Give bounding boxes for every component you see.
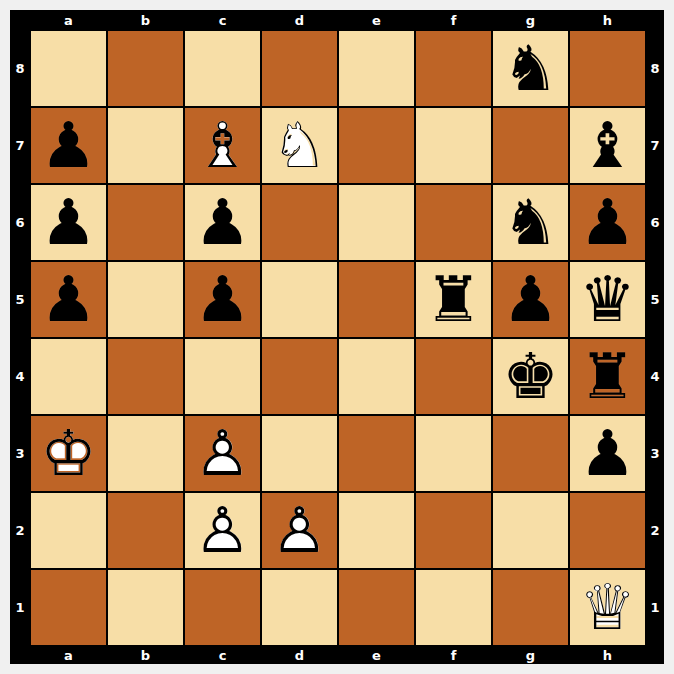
square-d1[interactable] [261, 569, 338, 646]
piece-black-pawn[interactable]: ♟ [30, 261, 107, 338]
square-f7[interactable] [415, 107, 492, 184]
piece-black-pawn[interactable]: ♟ [184, 184, 261, 261]
piece-outline: ♙ [184, 415, 261, 492]
square-d8[interactable] [261, 30, 338, 107]
square-b1[interactable] [107, 569, 184, 646]
square-c5[interactable]: ♟ [184, 261, 261, 338]
file-label-top-c: c [184, 10, 261, 30]
square-h2[interactable] [569, 492, 646, 569]
square-c3[interactable]: ♟♙ [184, 415, 261, 492]
square-e2[interactable] [338, 492, 415, 569]
piece-outline: ♙ [184, 492, 261, 569]
square-h7[interactable]: ♝ [569, 107, 646, 184]
square-a3[interactable]: ♚♔ [30, 415, 107, 492]
piece-white-pawn[interactable]: ♟♙ [184, 492, 261, 569]
square-e8[interactable] [338, 30, 415, 107]
piece-black-knight[interactable]: ♞ [492, 30, 569, 107]
piece-fill: ♟ [569, 415, 646, 492]
rank-label-left-5: 5 [10, 261, 30, 338]
piece-black-pawn[interactable]: ♟ [30, 107, 107, 184]
piece-white-pawn[interactable]: ♟♙ [261, 492, 338, 569]
piece-outline: ♕ [569, 569, 646, 646]
square-e3[interactable] [338, 415, 415, 492]
square-g4[interactable]: ♚ [492, 338, 569, 415]
square-c2[interactable]: ♟♙ [184, 492, 261, 569]
rank-label-right-4: 4 [646, 338, 664, 415]
piece-white-king[interactable]: ♚♔ [30, 415, 107, 492]
file-label-bottom-b: b [107, 646, 184, 664]
piece-fill: ♟ [492, 261, 569, 338]
square-f8[interactable] [415, 30, 492, 107]
rank-label-right-8: 8 [646, 30, 664, 107]
piece-fill: ♝ [569, 107, 646, 184]
piece-white-queen[interactable]: ♛♕ [569, 569, 646, 646]
square-c1[interactable] [184, 569, 261, 646]
piece-black-pawn[interactable]: ♟ [569, 415, 646, 492]
piece-fill: ♟ [30, 107, 107, 184]
piece-outline: ♔ [30, 415, 107, 492]
piece-black-pawn[interactable]: ♟ [184, 261, 261, 338]
file-label-bottom-a: a [30, 646, 107, 664]
square-b7[interactable] [107, 107, 184, 184]
square-d3[interactable] [261, 415, 338, 492]
square-d4[interactable] [261, 338, 338, 415]
square-g7[interactable] [492, 107, 569, 184]
square-e4[interactable] [338, 338, 415, 415]
square-f4[interactable] [415, 338, 492, 415]
square-c4[interactable] [184, 338, 261, 415]
rank-label-left-7: 7 [10, 107, 30, 184]
square-b5[interactable] [107, 261, 184, 338]
rank-label-left-1: 1 [10, 569, 30, 646]
square-h5[interactable]: ♛ [569, 261, 646, 338]
rank-label-right-6: 6 [646, 184, 664, 261]
file-label-top-f: f [415, 10, 492, 30]
file-label-top-e: e [338, 10, 415, 30]
frame-corner [10, 10, 30, 30]
piece-black-king[interactable]: ♚ [492, 338, 569, 415]
frame-corner [646, 646, 664, 664]
square-a6[interactable]: ♟ [30, 184, 107, 261]
square-g5[interactable]: ♟ [492, 261, 569, 338]
square-b2[interactable] [107, 492, 184, 569]
square-c7[interactable]: ♝♗ [184, 107, 261, 184]
piece-fill: ♚ [492, 338, 569, 415]
piece-outline: ♗ [184, 107, 261, 184]
file-label-bottom-d: d [261, 646, 338, 664]
square-c6[interactable]: ♟ [184, 184, 261, 261]
piece-black-pawn[interactable]: ♟ [492, 261, 569, 338]
square-h3[interactable]: ♟ [569, 415, 646, 492]
frame-corner [646, 10, 664, 30]
piece-black-bishop[interactable]: ♝ [569, 107, 646, 184]
square-a2[interactable] [30, 492, 107, 569]
file-label-bottom-h: h [569, 646, 646, 664]
piece-white-knight[interactable]: ♞♘ [261, 107, 338, 184]
square-h8[interactable] [569, 30, 646, 107]
file-label-top-a: a [30, 10, 107, 30]
square-a4[interactable] [30, 338, 107, 415]
square-f3[interactable] [415, 415, 492, 492]
square-d7[interactable]: ♞♘ [261, 107, 338, 184]
rank-label-left-6: 6 [10, 184, 30, 261]
piece-fill: ♟ [30, 261, 107, 338]
piece-black-knight[interactable]: ♞ [492, 184, 569, 261]
square-a5[interactable]: ♟ [30, 261, 107, 338]
square-b3[interactable] [107, 415, 184, 492]
square-a7[interactable]: ♟ [30, 107, 107, 184]
piece-black-rook[interactable]: ♜ [415, 261, 492, 338]
piece-black-pawn[interactable]: ♟ [30, 184, 107, 261]
piece-fill: ♟ [30, 184, 107, 261]
square-g2[interactable] [492, 492, 569, 569]
rank-label-right-7: 7 [646, 107, 664, 184]
file-label-top-b: b [107, 10, 184, 30]
square-d6[interactable] [261, 184, 338, 261]
rank-label-left-3: 3 [10, 415, 30, 492]
square-g8[interactable]: ♞ [492, 30, 569, 107]
square-a1[interactable] [30, 569, 107, 646]
piece-fill: ♜ [415, 261, 492, 338]
rank-label-right-2: 2 [646, 492, 664, 569]
piece-black-pawn[interactable]: ♟ [569, 184, 646, 261]
piece-fill: ♟ [184, 261, 261, 338]
piece-outline: ♙ [261, 492, 338, 569]
piece-fill: ♟ [184, 184, 261, 261]
rank-label-left-4: 4 [10, 338, 30, 415]
piece-fill: ♛ [569, 261, 646, 338]
file-label-bottom-f: f [415, 646, 492, 664]
square-f1[interactable] [415, 569, 492, 646]
square-a8[interactable] [30, 30, 107, 107]
chess-board-frame: abcdefgh8♞87♟♝♗♞♘♝76♟♟♞♟65♟♟♜♟♛54♚♜43♚♔♟… [10, 10, 664, 664]
file-label-bottom-g: g [492, 646, 569, 664]
rank-label-right-1: 1 [646, 569, 664, 646]
square-d2[interactable]: ♟♙ [261, 492, 338, 569]
square-b8[interactable] [107, 30, 184, 107]
file-label-top-d: d [261, 10, 338, 30]
file-label-top-h: h [569, 10, 646, 30]
rank-label-right-3: 3 [646, 415, 664, 492]
rank-label-left-8: 8 [10, 30, 30, 107]
square-b4[interactable] [107, 338, 184, 415]
piece-white-pawn[interactable]: ♟♙ [184, 415, 261, 492]
square-e7[interactable] [338, 107, 415, 184]
page-background: { "game": "chess", "position": { "fen": … [0, 0, 674, 674]
piece-fill: ♜ [569, 338, 646, 415]
square-e1[interactable] [338, 569, 415, 646]
square-e5[interactable] [338, 261, 415, 338]
square-e6[interactable] [338, 184, 415, 261]
square-g6[interactable]: ♞ [492, 184, 569, 261]
square-h1[interactable]: ♛♕ [569, 569, 646, 646]
rank-label-left-2: 2 [10, 492, 30, 569]
piece-fill: ♞ [492, 30, 569, 107]
rank-label-right-5: 5 [646, 261, 664, 338]
file-label-top-g: g [492, 10, 569, 30]
file-label-bottom-e: e [338, 646, 415, 664]
square-f2[interactable] [415, 492, 492, 569]
square-b6[interactable] [107, 184, 184, 261]
frame-corner [10, 646, 30, 664]
square-c8[interactable] [184, 30, 261, 107]
square-d5[interactable] [261, 261, 338, 338]
piece-black-rook[interactable]: ♜ [569, 338, 646, 415]
piece-fill: ♞ [492, 184, 569, 261]
square-g3[interactable] [492, 415, 569, 492]
piece-outline: ♘ [261, 107, 338, 184]
square-f6[interactable] [415, 184, 492, 261]
square-h4[interactable]: ♜ [569, 338, 646, 415]
square-h6[interactable]: ♟ [569, 184, 646, 261]
piece-black-queen[interactable]: ♛ [569, 261, 646, 338]
square-f5[interactable]: ♜ [415, 261, 492, 338]
piece-white-bishop[interactable]: ♝♗ [184, 107, 261, 184]
piece-fill: ♟ [569, 184, 646, 261]
square-g1[interactable] [492, 569, 569, 646]
file-label-bottom-c: c [184, 646, 261, 664]
